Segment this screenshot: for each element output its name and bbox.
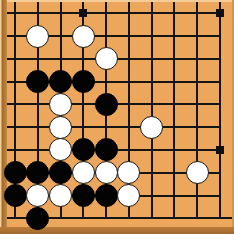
white-stone[interactable] (49, 93, 72, 116)
white-stone[interactable] (26, 184, 49, 207)
black-stone[interactable] (26, 70, 49, 93)
white-stone[interactable] (49, 184, 72, 207)
black-stone[interactable] (95, 138, 118, 161)
black-stone[interactable] (49, 70, 72, 93)
white-stone[interactable] (95, 47, 118, 70)
white-stone[interactable] (26, 25, 49, 48)
white-stone[interactable] (49, 138, 72, 161)
go-board (0, 0, 234, 234)
white-stone[interactable] (186, 161, 209, 184)
white-stone[interactable] (117, 184, 140, 207)
black-stone[interactable] (72, 70, 95, 93)
white-stone[interactable] (95, 161, 118, 184)
black-stone[interactable] (26, 161, 49, 184)
black-stone[interactable] (26, 207, 49, 230)
black-stone[interactable] (72, 184, 95, 207)
black-stone[interactable] (49, 161, 72, 184)
white-stone[interactable] (140, 116, 163, 139)
white-stone[interactable] (117, 161, 140, 184)
white-stone[interactable] (72, 161, 95, 184)
black-stone[interactable] (4, 161, 27, 184)
stones-layer (4, 2, 232, 230)
black-stone[interactable] (95, 93, 118, 116)
white-stone[interactable] (49, 116, 72, 139)
black-stone[interactable] (72, 138, 95, 161)
black-stone[interactable] (4, 184, 27, 207)
white-stone[interactable] (72, 25, 95, 48)
black-stone[interactable] (95, 184, 118, 207)
